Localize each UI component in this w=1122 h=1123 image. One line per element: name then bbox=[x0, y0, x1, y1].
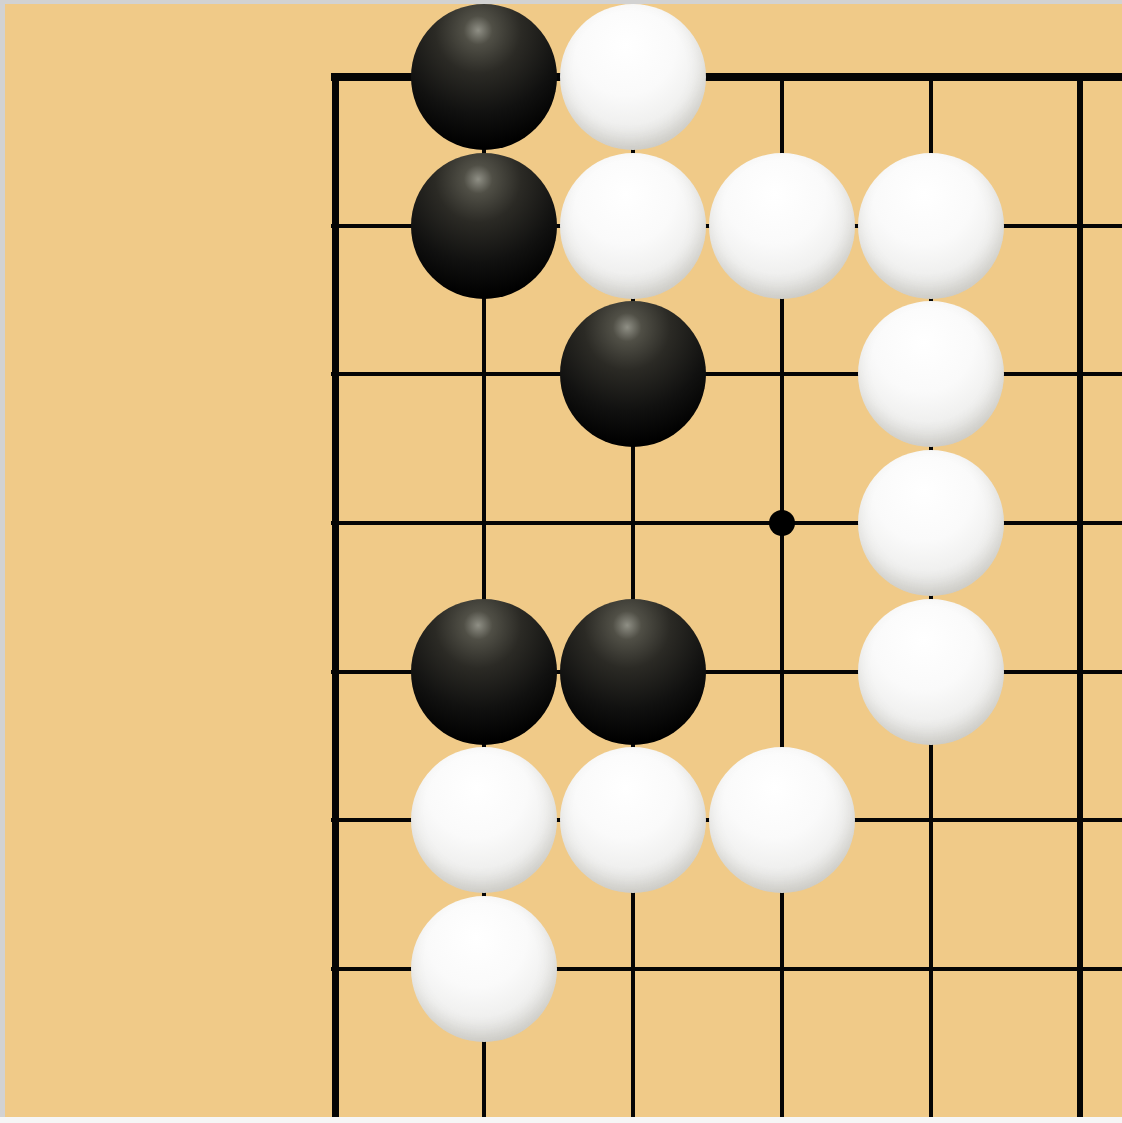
stone-white-E16 bbox=[858, 450, 1004, 596]
stone-white-B14 bbox=[411, 747, 557, 893]
stone-black-B19 bbox=[411, 4, 557, 150]
stone-black-C17 bbox=[560, 301, 706, 447]
page-margin-top bbox=[0, 0, 1122, 4]
stone-white-C18 bbox=[560, 153, 706, 299]
stone-black-C15 bbox=[560, 599, 706, 745]
grid-line-vertical-6 bbox=[1077, 73, 1083, 1117]
stone-white-E15 bbox=[858, 599, 1004, 745]
stone-black-B15 bbox=[411, 599, 557, 745]
stone-white-C14 bbox=[560, 747, 706, 893]
star-point-hoshi bbox=[769, 510, 795, 536]
stone-black-B18 bbox=[411, 153, 557, 299]
screenshot-root bbox=[0, 0, 1122, 1123]
stone-white-D18 bbox=[709, 153, 855, 299]
stone-white-D14 bbox=[709, 747, 855, 893]
stone-white-C19 bbox=[560, 4, 706, 150]
grid-line-vertical-1 bbox=[332, 73, 339, 1117]
stone-white-B13 bbox=[411, 896, 557, 1042]
stone-white-E17 bbox=[858, 301, 1004, 447]
page-margin-bottom bbox=[0, 1117, 1122, 1123]
stone-white-E18 bbox=[858, 153, 1004, 299]
go-board[interactable] bbox=[0, 0, 1122, 1123]
page-margin-left bbox=[0, 0, 5, 1123]
